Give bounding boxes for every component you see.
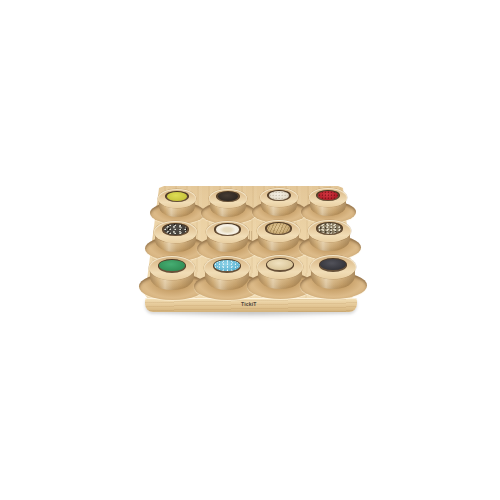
pot-contents bbox=[216, 191, 240, 202]
sensory-board: TickiT bbox=[0, 0, 500, 500]
pot-cup-rim bbox=[154, 221, 197, 243]
pot-r3c1-green-felt[interactable] bbox=[149, 256, 195, 308]
pot-contents bbox=[319, 258, 348, 272]
pot-cup-rim bbox=[257, 220, 300, 242]
pot-contents bbox=[214, 223, 241, 236]
pot-cup-rim bbox=[310, 255, 356, 279]
pot-cup-rim bbox=[257, 255, 303, 279]
pot-cup-rim bbox=[204, 256, 250, 280]
pot-cup-rim bbox=[308, 220, 351, 242]
pot-contents bbox=[316, 222, 343, 235]
pot-cup-rim bbox=[158, 189, 196, 208]
pot-contents bbox=[213, 259, 242, 273]
pot-contents bbox=[162, 223, 189, 236]
pot-contents bbox=[316, 190, 340, 201]
pot-cup-rim bbox=[149, 256, 195, 280]
pot-contents bbox=[267, 190, 291, 201]
pot-r3c3-cream-sponge[interactable] bbox=[257, 255, 303, 307]
pot-cup-rim bbox=[309, 188, 347, 207]
pot-cup-rim bbox=[260, 188, 298, 207]
product-photo-stage: TickiT bbox=[0, 0, 500, 500]
pot-contents bbox=[158, 259, 187, 273]
pot-cup-rim bbox=[206, 221, 249, 243]
pot-contents bbox=[165, 191, 189, 202]
pot-r3c4-charcoal-felt[interactable] bbox=[310, 255, 356, 307]
pot-contents bbox=[266, 258, 295, 272]
pot-cup-rim bbox=[209, 189, 247, 208]
pot-contents bbox=[265, 222, 292, 235]
pot-r3c2-blue-glitter[interactable] bbox=[204, 256, 250, 308]
